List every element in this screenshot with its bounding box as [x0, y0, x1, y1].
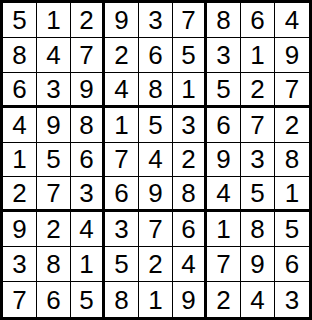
cell-r4c7[interactable]: 6: [207, 108, 241, 143]
cell-r7c8[interactable]: 8: [241, 212, 275, 247]
cell-r5c9[interactable]: 8: [275, 143, 309, 178]
cell-r6c2[interactable]: 7: [37, 177, 71, 212]
cell-r5c8[interactable]: 3: [241, 143, 275, 178]
cell-r3c7[interactable]: 5: [207, 73, 241, 108]
cell-r7c4[interactable]: 3: [105, 212, 139, 247]
cell-r9c1[interactable]: 7: [3, 282, 37, 317]
cell-r9c6[interactable]: 9: [173, 282, 207, 317]
cell-r9c8[interactable]: 4: [241, 282, 275, 317]
cell-r2c5[interactable]: 6: [139, 38, 173, 73]
cell-r1c2[interactable]: 1: [37, 3, 71, 38]
cell-r1c5[interactable]: 3: [139, 3, 173, 38]
cell-r6c1[interactable]: 2: [3, 177, 37, 212]
cell-r1c1[interactable]: 5: [3, 3, 37, 38]
cell-r2c9[interactable]: 9: [275, 38, 309, 73]
cell-r4c6[interactable]: 3: [173, 108, 207, 143]
cell-r3c3[interactable]: 9: [71, 73, 105, 108]
cell-r8c7[interactable]: 7: [207, 247, 241, 282]
cell-r5c2[interactable]: 5: [37, 143, 71, 178]
cell-r9c4[interactable]: 8: [105, 282, 139, 317]
cell-r7c7[interactable]: 1: [207, 212, 241, 247]
cell-r1c8[interactable]: 6: [241, 3, 275, 38]
cell-r7c3[interactable]: 4: [71, 212, 105, 247]
cell-r7c9[interactable]: 5: [275, 212, 309, 247]
cell-r8c3[interactable]: 1: [71, 247, 105, 282]
cell-r5c4[interactable]: 7: [105, 143, 139, 178]
cell-r9c5[interactable]: 1: [139, 282, 173, 317]
cell-r5c6[interactable]: 2: [173, 143, 207, 178]
cell-r6c3[interactable]: 3: [71, 177, 105, 212]
cell-r1c7[interactable]: 8: [207, 3, 241, 38]
sudoku-board: 5129378648472653196394815274981536721567…: [0, 0, 312, 320]
cell-r4c9[interactable]: 2: [275, 108, 309, 143]
cell-r7c1[interactable]: 9: [3, 212, 37, 247]
cell-r3c1[interactable]: 6: [3, 73, 37, 108]
cell-r4c1[interactable]: 4: [3, 108, 37, 143]
cell-r2c4[interactable]: 2: [105, 38, 139, 73]
cell-r2c2[interactable]: 4: [37, 38, 71, 73]
cell-r6c7[interactable]: 4: [207, 177, 241, 212]
cell-r8c8[interactable]: 9: [241, 247, 275, 282]
cell-r3c4[interactable]: 4: [105, 73, 139, 108]
cell-r5c7[interactable]: 9: [207, 143, 241, 178]
cell-r8c5[interactable]: 2: [139, 247, 173, 282]
cell-r4c8[interactable]: 7: [241, 108, 275, 143]
cell-r3c8[interactable]: 2: [241, 73, 275, 108]
cell-r8c2[interactable]: 8: [37, 247, 71, 282]
cell-r4c5[interactable]: 5: [139, 108, 173, 143]
cell-r1c4[interactable]: 9: [105, 3, 139, 38]
cell-r6c4[interactable]: 6: [105, 177, 139, 212]
cell-r5c1[interactable]: 1: [3, 143, 37, 178]
cell-r4c4[interactable]: 1: [105, 108, 139, 143]
cell-r6c9[interactable]: 1: [275, 177, 309, 212]
cell-r7c6[interactable]: 6: [173, 212, 207, 247]
cell-r3c9[interactable]: 7: [275, 73, 309, 108]
cell-r2c7[interactable]: 3: [207, 38, 241, 73]
cell-r9c2[interactable]: 6: [37, 282, 71, 317]
cell-r9c9[interactable]: 3: [275, 282, 309, 317]
cell-r2c1[interactable]: 8: [3, 38, 37, 73]
cell-r7c5[interactable]: 7: [139, 212, 173, 247]
cell-r3c2[interactable]: 3: [37, 73, 71, 108]
cell-r1c6[interactable]: 7: [173, 3, 207, 38]
cell-r4c3[interactable]: 8: [71, 108, 105, 143]
cell-r8c4[interactable]: 5: [105, 247, 139, 282]
cell-r5c3[interactable]: 6: [71, 143, 105, 178]
cell-r2c3[interactable]: 7: [71, 38, 105, 73]
cell-r9c3[interactable]: 5: [71, 282, 105, 317]
cell-r8c6[interactable]: 4: [173, 247, 207, 282]
cell-r1c3[interactable]: 2: [71, 3, 105, 38]
cell-r3c6[interactable]: 1: [173, 73, 207, 108]
cell-r2c6[interactable]: 5: [173, 38, 207, 73]
cell-r6c8[interactable]: 5: [241, 177, 275, 212]
cell-r9c7[interactable]: 2: [207, 282, 241, 317]
cell-r4c2[interactable]: 9: [37, 108, 71, 143]
cell-r5c5[interactable]: 4: [139, 143, 173, 178]
cell-r8c1[interactable]: 3: [3, 247, 37, 282]
cell-r2c8[interactable]: 1: [241, 38, 275, 73]
cell-r3c5[interactable]: 8: [139, 73, 173, 108]
cell-r7c2[interactable]: 2: [37, 212, 71, 247]
cell-r6c6[interactable]: 8: [173, 177, 207, 212]
cell-r6c5[interactable]: 9: [139, 177, 173, 212]
cell-r1c9[interactable]: 4: [275, 3, 309, 38]
cell-r8c9[interactable]: 6: [275, 247, 309, 282]
